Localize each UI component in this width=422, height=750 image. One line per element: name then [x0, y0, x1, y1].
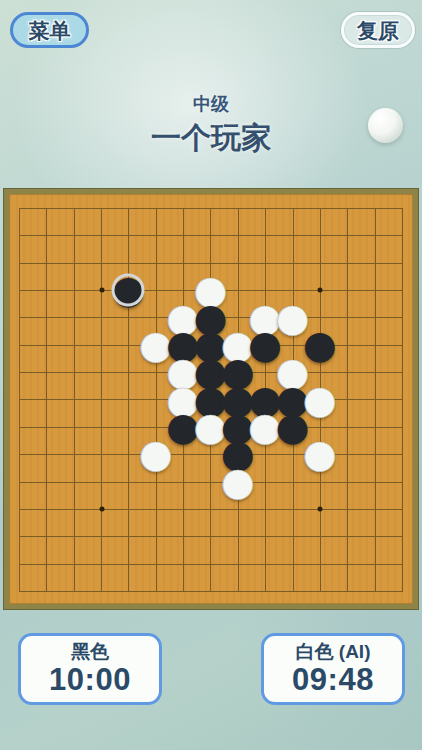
board-intersection[interactable] [197, 549, 224, 576]
board-intersection[interactable] [142, 577, 169, 604]
board-intersection[interactable] [33, 303, 60, 330]
board-intersection[interactable] [87, 249, 114, 276]
board-intersection[interactable] [87, 221, 114, 248]
board-intersection[interactable] [251, 249, 278, 276]
stone-white: ● [306, 385, 333, 412]
board-intersection[interactable] [142, 522, 169, 549]
board-intersection[interactable] [115, 385, 142, 412]
board-intersection[interactable] [60, 440, 87, 467]
board-intersection[interactable] [197, 221, 224, 248]
board-intersection[interactable] [142, 194, 169, 221]
board-intersection[interactable] [87, 303, 114, 330]
board-intersection[interactable] [251, 440, 278, 467]
board-intersection[interactable] [224, 549, 251, 576]
board-intersection[interactable] [5, 249, 32, 276]
board-intersection[interactable] [388, 413, 415, 440]
board-intersection[interactable] [251, 549, 278, 576]
stone-black: ● [224, 440, 251, 467]
board-intersection[interactable] [388, 276, 415, 303]
white-player-clock: 白色 (AI) 09:48 [261, 633, 405, 705]
board-intersection[interactable] [224, 303, 251, 330]
game-mode-label: 一个玩家 [0, 118, 422, 159]
board-intersection[interactable] [306, 577, 333, 604]
board-intersection[interactable] [142, 549, 169, 576]
board-intersection[interactable] [306, 549, 333, 576]
board-intersection[interactable] [333, 276, 360, 303]
board-intersection[interactable] [33, 385, 60, 412]
board-intersection[interactable] [224, 221, 251, 248]
stone-black: ● [115, 276, 142, 303]
black-clock-time: 10:00 [49, 664, 131, 697]
board-intersection[interactable] [5, 385, 32, 412]
board-intersection[interactable] [142, 413, 169, 440]
board-intersection[interactable] [361, 358, 388, 385]
board-intersection[interactable] [279, 331, 306, 358]
board-intersection[interactable] [388, 467, 415, 494]
board-intersection[interactable] [142, 303, 169, 330]
stone-black: ● [224, 358, 251, 385]
board-intersection[interactable] [5, 549, 32, 576]
board-intersection[interactable] [169, 522, 196, 549]
board-intersection[interactable] [333, 385, 360, 412]
board-intersection[interactable] [115, 194, 142, 221]
board-intersection[interactable] [279, 577, 306, 604]
board-intersection[interactable] [60, 467, 87, 494]
board-intersection[interactable] [333, 440, 360, 467]
board-intersection[interactable] [115, 358, 142, 385]
board-intersection[interactable] [87, 577, 114, 604]
board-intersection[interactable] [115, 303, 142, 330]
board-intersection[interactable] [87, 522, 114, 549]
board-intersection[interactable] [87, 549, 114, 576]
board-intersection[interactable] [333, 221, 360, 248]
stone-black: ● [306, 331, 333, 358]
board-intersection[interactable] [361, 522, 388, 549]
board-intersection[interactable] [279, 495, 306, 522]
stone-black: ● [224, 385, 251, 412]
board-intersection[interactable] [333, 331, 360, 358]
board-intersection[interactable] [169, 194, 196, 221]
board-intersection[interactable] [87, 467, 114, 494]
board-intersection[interactable] [251, 577, 278, 604]
board-intersection[interactable] [251, 495, 278, 522]
stone-white: ● [142, 331, 169, 358]
black-player-clock: 黑色 10:00 [18, 633, 162, 705]
board-intersection[interactable] [279, 221, 306, 248]
board-intersection[interactable] [388, 495, 415, 522]
board-intersection[interactable] [361, 413, 388, 440]
board-intersection[interactable] [361, 549, 388, 576]
board-intersection[interactable] [361, 440, 388, 467]
board-intersection[interactable] [60, 276, 87, 303]
board-intersection[interactable] [169, 221, 196, 248]
board-intersection[interactable] [224, 249, 251, 276]
board-intersection[interactable] [60, 495, 87, 522]
stone-black: ● [251, 331, 278, 358]
board-intersection[interactable] [361, 385, 388, 412]
board-intersection[interactable] [33, 495, 60, 522]
board-intersection[interactable] [5, 194, 32, 221]
gomoku-board: ●●●●●●●●●●●●●●●●●●●●●●●●●●●●●●● [4, 189, 418, 609]
board-intersection[interactable] [169, 467, 196, 494]
board-intersection[interactable] [33, 522, 60, 549]
board-intersection[interactable] [306, 413, 333, 440]
board-intersection[interactable] [279, 276, 306, 303]
board-intersection[interactable] [279, 467, 306, 494]
stone-black: ● [251, 385, 278, 412]
board-intersection[interactable] [87, 495, 114, 522]
board-intersection[interactable] [60, 303, 87, 330]
board-intersection[interactable] [33, 249, 60, 276]
board-intersection[interactable] [60, 413, 87, 440]
board-intersection[interactable] [361, 577, 388, 604]
board-intersection[interactable] [251, 276, 278, 303]
board-intersection[interactable] [224, 194, 251, 221]
board-intersection[interactable] [388, 440, 415, 467]
board-intersection[interactable] [224, 522, 251, 549]
board-intersection[interactable] [388, 385, 415, 412]
stone-white: ● [197, 413, 224, 440]
undo-button[interactable]: 复原 [341, 12, 415, 48]
stone-black: ● [169, 331, 196, 358]
board-intersection[interactable] [361, 194, 388, 221]
board-intersection[interactable] [115, 495, 142, 522]
stone-white: ● [224, 331, 251, 358]
board-intersection[interactable] [361, 467, 388, 494]
board-intersection[interactable] [5, 467, 32, 494]
board-intersection[interactable] [115, 221, 142, 248]
board-intersection[interactable] [388, 331, 415, 358]
board-intersection[interactable] [197, 194, 224, 221]
board-intersection[interactable] [5, 303, 32, 330]
board-intersection[interactable] [306, 276, 333, 303]
board-intersection[interactable] [333, 249, 360, 276]
board-intersection[interactable] [361, 495, 388, 522]
board-intersection[interactable] [306, 358, 333, 385]
board-intersection[interactable] [361, 276, 388, 303]
board-intersection[interactable] [60, 221, 87, 248]
board-intersection[interactable] [60, 358, 87, 385]
board-intersection[interactable] [142, 467, 169, 494]
board-intersection[interactable] [388, 194, 415, 221]
board-intersection[interactable] [306, 303, 333, 330]
difficulty-label: 中级 [0, 92, 422, 116]
board-intersection[interactable] [33, 577, 60, 604]
board-intersection[interactable] [279, 549, 306, 576]
board-intersection[interactable] [169, 495, 196, 522]
board-intersection[interactable] [333, 358, 360, 385]
board-intersection[interactable] [87, 194, 114, 221]
board-intersection[interactable] [388, 522, 415, 549]
stone-white: ● [169, 358, 196, 385]
board-intersection[interactable] [142, 276, 169, 303]
stone-white: ● [251, 303, 278, 330]
board-intersection[interactable] [251, 467, 278, 494]
board-intersection[interactable] [388, 303, 415, 330]
board-intersection[interactable] [115, 440, 142, 467]
stone-white: ● [142, 440, 169, 467]
board-intersection[interactable] [5, 495, 32, 522]
board-intersection[interactable] [60, 194, 87, 221]
board-intersection[interactable] [197, 577, 224, 604]
board-intersection[interactable] [251, 221, 278, 248]
board-grid: ●●●●●●●●●●●●●●●●●●●●●●●●●●●●●●● [5, 194, 415, 604]
stone-black: ● [279, 413, 306, 440]
board-intersection[interactable] [115, 249, 142, 276]
app-background: { "game": "Gomoku (Five in a Row) on a 1… [0, 0, 422, 750]
board-intersection[interactable] [5, 276, 32, 303]
white-turn-indicator-stone [368, 108, 403, 143]
board-intersection[interactable] [388, 549, 415, 576]
board-intersection[interactable] [33, 467, 60, 494]
stone-white: ● [279, 303, 306, 330]
stone-white: ● [197, 276, 224, 303]
board-intersection[interactable] [142, 385, 169, 412]
board-intersection[interactable] [197, 440, 224, 467]
board-intersection[interactable] [333, 522, 360, 549]
board-intersection[interactable] [115, 549, 142, 576]
board-intersection[interactable] [306, 495, 333, 522]
stone-white: ● [169, 385, 196, 412]
white-clock-time: 09:48 [292, 664, 374, 697]
stone-black: ● [169, 413, 196, 440]
board-intersection[interactable] [361, 249, 388, 276]
board-intersection[interactable] [87, 440, 114, 467]
board-intersection[interactable] [279, 522, 306, 549]
board-intersection[interactable] [142, 495, 169, 522]
board-intersection[interactable] [5, 358, 32, 385]
board-intersection[interactable] [169, 440, 196, 467]
black-clock-label: 黑色 [71, 642, 109, 663]
board-intersection[interactable] [5, 577, 32, 604]
board-intersection[interactable] [169, 577, 196, 604]
stone-white: ● [224, 467, 251, 494]
board-intersection[interactable] [333, 194, 360, 221]
board-intersection[interactable] [115, 467, 142, 494]
board-intersection[interactable] [306, 467, 333, 494]
board-intersection[interactable] [115, 331, 142, 358]
board-intersection[interactable] [224, 276, 251, 303]
board-intersection[interactable] [87, 358, 114, 385]
board-intersection[interactable] [5, 413, 32, 440]
board-intersection[interactable] [60, 249, 87, 276]
board-intersection[interactable] [388, 577, 415, 604]
board-intersection[interactable] [5, 331, 32, 358]
board-intersection[interactable] [333, 467, 360, 494]
board-intersection[interactable] [60, 522, 87, 549]
board-intersection[interactable] [142, 221, 169, 248]
board-intersection[interactable] [333, 549, 360, 576]
board-intersection[interactable] [87, 385, 114, 412]
board-intersection[interactable] [60, 549, 87, 576]
stone-black: ● [224, 413, 251, 440]
board-intersection[interactable] [279, 249, 306, 276]
board-intersection[interactable] [87, 276, 114, 303]
board-intersection[interactable] [388, 221, 415, 248]
stone-black: ● [197, 303, 224, 330]
board-intersection[interactable] [5, 221, 32, 248]
board-intersection[interactable] [33, 549, 60, 576]
board-intersection[interactable] [388, 249, 415, 276]
board-intersection[interactable] [87, 331, 114, 358]
stone-white: ● [306, 440, 333, 467]
board-intersection[interactable] [197, 249, 224, 276]
stone-black: ● [279, 385, 306, 412]
board-intersection[interactable] [115, 413, 142, 440]
board-intersection[interactable] [306, 522, 333, 549]
stone-black: ● [197, 385, 224, 412]
board-intersection[interactable] [33, 440, 60, 467]
board-intersection[interactable] [33, 331, 60, 358]
white-clock-label: 白色 (AI) [296, 642, 371, 663]
board-intersection[interactable] [251, 522, 278, 549]
board-intersection[interactable] [333, 495, 360, 522]
board-intersection[interactable] [5, 522, 32, 549]
board-intersection[interactable] [306, 194, 333, 221]
board-intersection[interactable] [251, 358, 278, 385]
stone-black: ● [197, 358, 224, 385]
board-intersection[interactable] [115, 522, 142, 549]
menu-button[interactable]: 菜单 [10, 12, 89, 48]
board-intersection[interactable] [361, 331, 388, 358]
board-intersection[interactable] [169, 249, 196, 276]
board-intersection[interactable] [33, 194, 60, 221]
board-intersection[interactable] [87, 413, 114, 440]
board-intersection[interactable] [333, 413, 360, 440]
board-intersection[interactable] [142, 249, 169, 276]
board-intersection[interactable] [197, 467, 224, 494]
board-intersection[interactable] [306, 249, 333, 276]
board-intersection[interactable] [361, 221, 388, 248]
stone-black: ● [197, 331, 224, 358]
board-intersection[interactable] [224, 495, 251, 522]
board-intersection[interactable] [224, 577, 251, 604]
board-intersection[interactable] [333, 577, 360, 604]
board-intersection[interactable] [333, 303, 360, 330]
stone-white: ● [251, 413, 278, 440]
board-intersection[interactable] [33, 221, 60, 248]
board-intersection[interactable] [60, 577, 87, 604]
board-intersection[interactable] [197, 495, 224, 522]
board-intersection[interactable] [5, 440, 32, 467]
board-intersection[interactable] [279, 194, 306, 221]
board-intersection[interactable] [33, 413, 60, 440]
board-intersection[interactable] [169, 276, 196, 303]
board-intersection[interactable] [169, 549, 196, 576]
board-intersection[interactable] [361, 303, 388, 330]
board-intersection[interactable] [388, 358, 415, 385]
board-intersection[interactable] [279, 440, 306, 467]
stone-white: ● [169, 303, 196, 330]
board-intersection[interactable] [33, 276, 60, 303]
board-intersection[interactable] [115, 577, 142, 604]
board-intersection[interactable] [251, 194, 278, 221]
board-intersection[interactable] [60, 331, 87, 358]
board-intersection[interactable] [33, 358, 60, 385]
board-intersection[interactable] [142, 358, 169, 385]
board-intersection[interactable] [60, 385, 87, 412]
board-intersection[interactable] [197, 522, 224, 549]
stone-white: ● [279, 358, 306, 385]
board-intersection[interactable] [306, 221, 333, 248]
